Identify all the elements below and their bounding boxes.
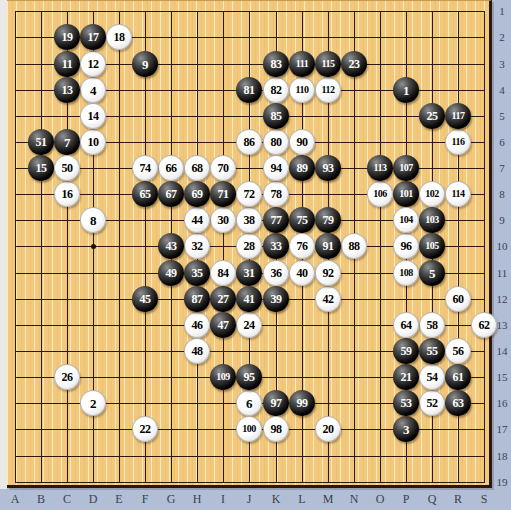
row-label-5: 5 bbox=[493, 110, 511, 122]
stone-107[interactable]: 107 bbox=[393, 155, 419, 181]
stone-1[interactable]: 1 bbox=[393, 77, 419, 103]
stone-19[interactable]: 19 bbox=[54, 24, 80, 50]
stone-108[interactable]: 108 bbox=[393, 260, 419, 286]
stone-102[interactable]: 102 bbox=[419, 181, 445, 207]
stone-67[interactable]: 67 bbox=[158, 181, 184, 207]
stone-43[interactable]: 43 bbox=[158, 233, 184, 259]
stone-13[interactable]: 13 bbox=[54, 77, 80, 103]
stone-93[interactable]: 93 bbox=[315, 155, 341, 181]
stone-113[interactable]: 113 bbox=[367, 155, 393, 181]
stone-7[interactable]: 7 bbox=[54, 129, 80, 155]
stone-80[interactable]: 80 bbox=[263, 129, 289, 155]
stone-106[interactable]: 106 bbox=[367, 181, 393, 207]
stone-41[interactable]: 41 bbox=[236, 286, 262, 312]
stone-116[interactable]: 116 bbox=[445, 129, 471, 155]
stone-76[interactable]: 76 bbox=[289, 233, 315, 259]
stone-98[interactable]: 98 bbox=[263, 416, 289, 442]
stone-85[interactable]: 85 bbox=[263, 103, 289, 129]
stone-114[interactable]: 114 bbox=[445, 181, 471, 207]
stone-82[interactable]: 82 bbox=[263, 77, 289, 103]
stone-53[interactable]: 53 bbox=[393, 390, 419, 416]
stone-65[interactable]: 65 bbox=[132, 181, 158, 207]
row-label-11: 11 bbox=[493, 267, 511, 279]
row-label-3: 3 bbox=[493, 58, 511, 70]
stone-89[interactable]: 89 bbox=[289, 155, 315, 181]
col-label-Q: Q bbox=[424, 492, 440, 507]
stone-88[interactable]: 88 bbox=[341, 233, 367, 259]
stone-109[interactable]: 109 bbox=[210, 364, 236, 390]
stone-10[interactable]: 10 bbox=[80, 129, 106, 155]
row-label-7: 7 bbox=[493, 162, 511, 174]
stone-90[interactable]: 90 bbox=[289, 129, 315, 155]
stone-31[interactable]: 31 bbox=[236, 260, 262, 286]
stone-27[interactable]: 27 bbox=[210, 286, 236, 312]
stone-91[interactable]: 91 bbox=[315, 233, 341, 259]
col-label-I: I bbox=[215, 492, 231, 507]
grid-line bbox=[15, 456, 485, 457]
stone-50[interactable]: 50 bbox=[54, 155, 80, 181]
stone-21[interactable]: 21 bbox=[393, 364, 419, 390]
row-label-12: 12 bbox=[493, 293, 511, 305]
stone-94[interactable]: 94 bbox=[263, 155, 289, 181]
stone-96[interactable]: 96 bbox=[393, 233, 419, 259]
stone-115[interactable]: 115 bbox=[315, 51, 341, 77]
stone-101[interactable]: 101 bbox=[393, 181, 419, 207]
stone-64[interactable]: 64 bbox=[393, 312, 419, 338]
col-label-E: E bbox=[111, 492, 127, 507]
col-label-B: B bbox=[33, 492, 49, 507]
stone-59[interactable]: 59 bbox=[393, 338, 419, 364]
stone-49[interactable]: 49 bbox=[158, 260, 184, 286]
stone-42[interactable]: 42 bbox=[315, 286, 341, 312]
stone-14[interactable]: 14 bbox=[80, 103, 106, 129]
col-label-P: P bbox=[398, 492, 414, 507]
row-label-19: 19 bbox=[493, 476, 511, 488]
col-label-S: S bbox=[476, 492, 492, 507]
stone-95[interactable]: 95 bbox=[236, 364, 262, 390]
stone-47[interactable]: 47 bbox=[210, 312, 236, 338]
stone-26[interactable]: 26 bbox=[54, 364, 80, 390]
stone-112[interactable]: 112 bbox=[315, 77, 341, 103]
stone-110[interactable]: 110 bbox=[289, 77, 315, 103]
stone-70[interactable]: 70 bbox=[210, 155, 236, 181]
row-label-16: 16 bbox=[493, 397, 511, 409]
stone-46[interactable]: 46 bbox=[184, 312, 210, 338]
window-edge-strip bbox=[0, 0, 7, 489]
stone-15[interactable]: 15 bbox=[28, 155, 54, 181]
stone-45[interactable]: 45 bbox=[132, 286, 158, 312]
stone-3[interactable]: 3 bbox=[393, 416, 419, 442]
stone-68[interactable]: 68 bbox=[184, 155, 210, 181]
col-label-G: G bbox=[163, 492, 179, 507]
stone-69[interactable]: 69 bbox=[184, 181, 210, 207]
stone-86[interactable]: 86 bbox=[236, 129, 262, 155]
stone-56[interactable]: 56 bbox=[445, 338, 471, 364]
stone-11[interactable]: 11 bbox=[54, 51, 80, 77]
stone-63[interactable]: 63 bbox=[445, 390, 471, 416]
stone-83[interactable]: 83 bbox=[263, 51, 289, 77]
star-point bbox=[91, 244, 96, 249]
col-label-O: O bbox=[372, 492, 388, 507]
stone-5[interactable]: 5 bbox=[419, 260, 445, 286]
col-label-A: A bbox=[7, 492, 23, 507]
stone-72[interactable]: 72 bbox=[236, 181, 262, 207]
col-label-N: N bbox=[346, 492, 362, 507]
stone-33[interactable]: 33 bbox=[263, 233, 289, 259]
stone-23[interactable]: 23 bbox=[341, 51, 367, 77]
stone-36[interactable]: 36 bbox=[263, 260, 289, 286]
stone-20[interactable]: 20 bbox=[315, 416, 341, 442]
stone-75[interactable]: 75 bbox=[289, 207, 315, 233]
col-label-H: H bbox=[189, 492, 205, 507]
stone-52[interactable]: 52 bbox=[419, 390, 445, 416]
col-label-M: M bbox=[320, 492, 336, 507]
stone-40[interactable]: 40 bbox=[289, 260, 315, 286]
stone-99[interactable]: 99 bbox=[289, 390, 315, 416]
stone-60[interactable]: 60 bbox=[445, 286, 471, 312]
stone-4[interactable]: 4 bbox=[80, 77, 106, 103]
stone-25[interactable]: 25 bbox=[419, 103, 445, 129]
row-label-9: 9 bbox=[493, 214, 511, 226]
stone-12[interactable]: 12 bbox=[80, 51, 106, 77]
stone-71[interactable]: 71 bbox=[210, 181, 236, 207]
stone-97[interactable]: 97 bbox=[263, 390, 289, 416]
stone-16[interactable]: 16 bbox=[54, 181, 80, 207]
grid-line bbox=[15, 11, 485, 12]
grid-line bbox=[15, 482, 485, 483]
go-board-screenshot: 1234567891011121314151617181920212223242… bbox=[0, 0, 511, 510]
row-label-2: 2 bbox=[493, 31, 511, 43]
stone-35[interactable]: 35 bbox=[184, 260, 210, 286]
stone-58[interactable]: 58 bbox=[419, 312, 445, 338]
stone-103[interactable]: 103 bbox=[419, 207, 445, 233]
stone-2[interactable]: 2 bbox=[80, 390, 106, 416]
stone-8[interactable]: 8 bbox=[80, 207, 106, 233]
row-label-6: 6 bbox=[493, 136, 511, 148]
stone-54[interactable]: 54 bbox=[419, 364, 445, 390]
col-label-F: F bbox=[137, 492, 153, 507]
row-label-14: 14 bbox=[493, 345, 511, 357]
stone-17[interactable]: 17 bbox=[80, 24, 106, 50]
stone-22[interactable]: 22 bbox=[132, 416, 158, 442]
stone-39[interactable]: 39 bbox=[263, 286, 289, 312]
stone-77[interactable]: 77 bbox=[263, 207, 289, 233]
stone-61[interactable]: 61 bbox=[445, 364, 471, 390]
row-label-8: 8 bbox=[493, 188, 511, 200]
row-label-1: 1 bbox=[493, 5, 511, 17]
stone-105[interactable]: 105 bbox=[419, 233, 445, 259]
row-label-18: 18 bbox=[493, 450, 511, 462]
stone-38[interactable]: 38 bbox=[236, 207, 262, 233]
col-label-K: K bbox=[268, 492, 284, 507]
stone-92[interactable]: 92 bbox=[315, 260, 341, 286]
stone-104[interactable]: 104 bbox=[393, 207, 419, 233]
col-label-R: R bbox=[450, 492, 466, 507]
stone-117[interactable]: 117 bbox=[445, 103, 471, 129]
stone-32[interactable]: 32 bbox=[184, 233, 210, 259]
col-label-L: L bbox=[294, 492, 310, 507]
col-label-D: D bbox=[85, 492, 101, 507]
stone-66[interactable]: 66 bbox=[158, 155, 184, 181]
stone-30[interactable]: 30 bbox=[210, 207, 236, 233]
stone-28[interactable]: 28 bbox=[236, 233, 262, 259]
stone-84[interactable]: 84 bbox=[210, 260, 236, 286]
stone-9[interactable]: 9 bbox=[132, 51, 158, 77]
stone-48[interactable]: 48 bbox=[184, 338, 210, 364]
stone-81[interactable]: 81 bbox=[236, 77, 262, 103]
stone-79[interactable]: 79 bbox=[315, 207, 341, 233]
stone-111[interactable]: 111 bbox=[289, 51, 315, 77]
stone-74[interactable]: 74 bbox=[132, 155, 158, 181]
row-label-15: 15 bbox=[493, 371, 511, 383]
stone-24[interactable]: 24 bbox=[236, 312, 262, 338]
stone-51[interactable]: 51 bbox=[28, 129, 54, 155]
stone-100[interactable]: 100 bbox=[236, 416, 262, 442]
col-label-J: J bbox=[241, 492, 257, 507]
row-label-4: 4 bbox=[493, 84, 511, 96]
stone-87[interactable]: 87 bbox=[184, 286, 210, 312]
stone-44[interactable]: 44 bbox=[184, 207, 210, 233]
row-label-17: 17 bbox=[493, 423, 511, 435]
stone-18[interactable]: 18 bbox=[106, 24, 132, 50]
stone-78[interactable]: 78 bbox=[263, 181, 289, 207]
row-label-13: 13 bbox=[493, 319, 511, 331]
stone-55[interactable]: 55 bbox=[419, 338, 445, 364]
stone-6[interactable]: 6 bbox=[236, 390, 262, 416]
row-label-10: 10 bbox=[493, 240, 511, 252]
col-label-C: C bbox=[59, 492, 75, 507]
